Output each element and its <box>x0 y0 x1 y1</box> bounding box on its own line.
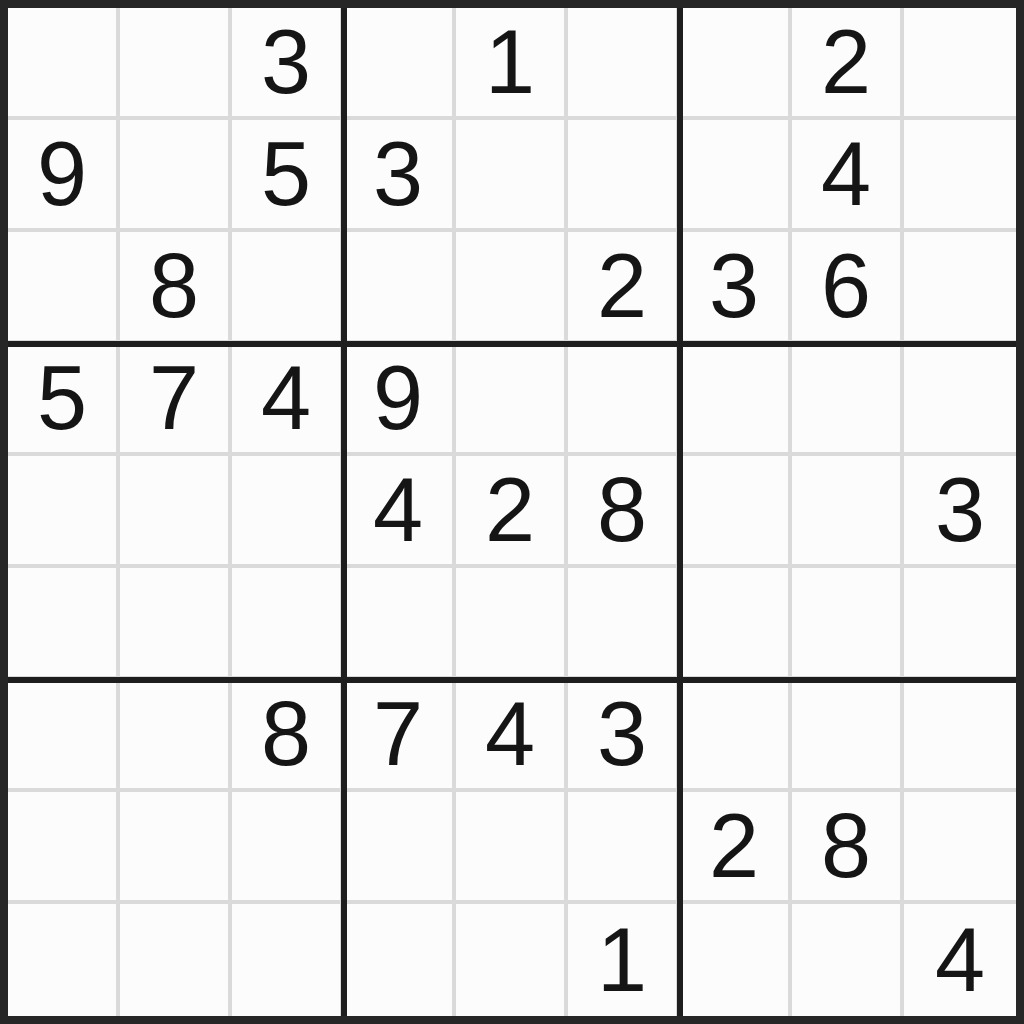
cell-r5c5: 2 <box>456 456 568 568</box>
cell-r1c9[interactable] <box>904 8 1016 120</box>
cell-r8c2[interactable] <box>120 792 232 904</box>
cell-r1c5: 1 <box>456 8 568 120</box>
cell-r1c6[interactable] <box>568 8 680 120</box>
cell-r2c9[interactable] <box>904 120 1016 232</box>
cell-r2c7[interactable] <box>680 120 792 232</box>
sudoku-board: 312953482365749428387432814 <box>0 0 1024 1024</box>
cell-r9c2[interactable] <box>120 904 232 1016</box>
cell-r9c4[interactable] <box>344 904 456 1016</box>
cell-r1c8: 2 <box>792 8 904 120</box>
cell-r5c9: 3 <box>904 456 1016 568</box>
cell-r4c7[interactable] <box>680 344 792 456</box>
cell-r7c7[interactable] <box>680 680 792 792</box>
cell-r8c1[interactable] <box>8 792 120 904</box>
cell-r4c2: 7 <box>120 344 232 456</box>
cell-r7c5: 4 <box>456 680 568 792</box>
cell-r4c3: 4 <box>232 344 344 456</box>
cell-r3c3[interactable] <box>232 232 344 344</box>
cell-r6c3[interactable] <box>232 568 344 680</box>
cell-r3c2: 8 <box>120 232 232 344</box>
cell-r8c8: 8 <box>792 792 904 904</box>
cell-r9c9: 4 <box>904 904 1016 1016</box>
cell-r2c1: 9 <box>8 120 120 232</box>
cell-r9c7[interactable] <box>680 904 792 1016</box>
cell-r6c7[interactable] <box>680 568 792 680</box>
cell-r2c5[interactable] <box>456 120 568 232</box>
cell-r4c5[interactable] <box>456 344 568 456</box>
cell-r2c3: 5 <box>232 120 344 232</box>
cell-r1c4[interactable] <box>344 8 456 120</box>
cell-r8c6[interactable] <box>568 792 680 904</box>
cell-r9c1[interactable] <box>8 904 120 1016</box>
cell-r1c1[interactable] <box>8 8 120 120</box>
cell-r6c5[interactable] <box>456 568 568 680</box>
cell-r1c7[interactable] <box>680 8 792 120</box>
cell-r3c5[interactable] <box>456 232 568 344</box>
cell-r8c7: 2 <box>680 792 792 904</box>
cell-r6c4[interactable] <box>344 568 456 680</box>
cell-r7c4: 7 <box>344 680 456 792</box>
cell-r7c2[interactable] <box>120 680 232 792</box>
cell-r5c3[interactable] <box>232 456 344 568</box>
cell-r8c5[interactable] <box>456 792 568 904</box>
cell-r1c3: 3 <box>232 8 344 120</box>
cell-r3c1[interactable] <box>8 232 120 344</box>
cell-r5c8[interactable] <box>792 456 904 568</box>
cell-r3c9[interactable] <box>904 232 1016 344</box>
cell-r2c2[interactable] <box>120 120 232 232</box>
cell-r5c1[interactable] <box>8 456 120 568</box>
sudoku-grid: 312953482365749428387432814 <box>8 8 1016 1016</box>
cell-r6c8[interactable] <box>792 568 904 680</box>
cell-r9c8[interactable] <box>792 904 904 1016</box>
cell-r8c3[interactable] <box>232 792 344 904</box>
cell-r9c6: 1 <box>568 904 680 1016</box>
cell-r5c4: 4 <box>344 456 456 568</box>
cell-r4c4: 9 <box>344 344 456 456</box>
cell-r9c3[interactable] <box>232 904 344 1016</box>
cell-r4c1: 5 <box>8 344 120 456</box>
cell-r7c9[interactable] <box>904 680 1016 792</box>
cell-r5c6: 8 <box>568 456 680 568</box>
cell-r1c2[interactable] <box>120 8 232 120</box>
cell-r8c4[interactable] <box>344 792 456 904</box>
cell-r7c1[interactable] <box>8 680 120 792</box>
cell-r3c8: 6 <box>792 232 904 344</box>
cell-r9c5[interactable] <box>456 904 568 1016</box>
cell-r4c9[interactable] <box>904 344 1016 456</box>
cell-r8c9[interactable] <box>904 792 1016 904</box>
cell-r6c9[interactable] <box>904 568 1016 680</box>
cell-r2c8: 4 <box>792 120 904 232</box>
cell-r3c4[interactable] <box>344 232 456 344</box>
cell-r2c4: 3 <box>344 120 456 232</box>
cell-r2c6[interactable] <box>568 120 680 232</box>
cell-r6c6[interactable] <box>568 568 680 680</box>
cell-r6c2[interactable] <box>120 568 232 680</box>
cell-r7c8[interactable] <box>792 680 904 792</box>
cell-r5c2[interactable] <box>120 456 232 568</box>
cell-r4c6[interactable] <box>568 344 680 456</box>
cell-r3c7: 3 <box>680 232 792 344</box>
cell-r4c8[interactable] <box>792 344 904 456</box>
cell-r7c6: 3 <box>568 680 680 792</box>
cell-r5c7[interactable] <box>680 456 792 568</box>
cell-r7c3: 8 <box>232 680 344 792</box>
cell-r6c1[interactable] <box>8 568 120 680</box>
cell-r3c6: 2 <box>568 232 680 344</box>
